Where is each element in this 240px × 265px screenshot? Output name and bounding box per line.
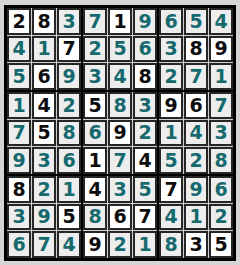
cell-r5c5[interactable]: 9 <box>108 120 132 147</box>
cell-r6c9[interactable]: 8 <box>209 147 233 174</box>
cell-r5c3[interactable]: 8 <box>57 120 81 147</box>
cell-r2c2[interactable]: 1 <box>32 36 56 63</box>
cell-r9c5[interactable]: 2 <box>108 231 132 258</box>
cell-r1c5[interactable]: 1 <box>108 8 132 35</box>
cell-r3c4[interactable]: 3 <box>83 63 107 90</box>
cell-r7c7[interactable]: 7 <box>159 176 183 203</box>
sudoku-block-4: 142758936 <box>7 92 81 174</box>
sudoku-block-3: 654389271 <box>159 8 233 90</box>
cell-r6c2[interactable]: 3 <box>32 147 56 174</box>
cell-r3c5[interactable]: 4 <box>108 63 132 90</box>
cell-r3c1[interactable]: 5 <box>7 63 31 90</box>
cell-r1c3[interactable]: 3 <box>57 8 81 35</box>
cell-r8c2[interactable]: 9 <box>32 204 56 231</box>
cell-r5c6[interactable]: 2 <box>133 120 157 147</box>
cell-r4c1[interactable]: 1 <box>7 92 31 119</box>
cell-r5c1[interactable]: 7 <box>7 120 31 147</box>
cell-r3c3[interactable]: 9 <box>57 63 81 90</box>
cell-r4c3[interactable]: 2 <box>57 92 81 119</box>
cell-r4c6[interactable]: 3 <box>133 92 157 119</box>
cell-r1c6[interactable]: 9 <box>133 8 157 35</box>
cell-r8c3[interactable]: 5 <box>57 204 81 231</box>
cell-r3c8[interactable]: 7 <box>184 63 208 90</box>
cell-r6c6[interactable]: 4 <box>133 147 157 174</box>
cell-r2c8[interactable]: 8 <box>184 36 208 63</box>
sudoku-block-6: 967143528 <box>159 92 233 174</box>
cell-r9c6[interactable]: 1 <box>133 231 157 258</box>
cell-r5c4[interactable]: 6 <box>83 120 107 147</box>
cell-r9c1[interactable]: 6 <box>7 231 31 258</box>
sudoku-board: 2834175697192563486543892711427589365836… <box>4 5 236 261</box>
cell-r7c9[interactable]: 6 <box>209 176 233 203</box>
cell-r8c5[interactable]: 6 <box>108 204 132 231</box>
cell-r1c2[interactable]: 8 <box>32 8 56 35</box>
cell-r7c8[interactable]: 9 <box>184 176 208 203</box>
cell-r7c2[interactable]: 2 <box>32 176 56 203</box>
cell-r4c9[interactable]: 7 <box>209 92 233 119</box>
cell-r5c9[interactable]: 3 <box>209 120 233 147</box>
cell-r2c4[interactable]: 2 <box>83 36 107 63</box>
cell-r3c6[interactable]: 8 <box>133 63 157 90</box>
cell-r6c5[interactable]: 7 <box>108 147 132 174</box>
cell-r7c1[interactable]: 8 <box>7 176 31 203</box>
cell-r6c8[interactable]: 2 <box>184 147 208 174</box>
sudoku-block-8: 435867921 <box>83 176 157 258</box>
cell-r8c1[interactable]: 3 <box>7 204 31 231</box>
cell-r1c4[interactable]: 7 <box>83 8 107 35</box>
cell-r2c3[interactable]: 7 <box>57 36 81 63</box>
cell-r3c7[interactable]: 2 <box>159 63 183 90</box>
cell-r9c2[interactable]: 7 <box>32 231 56 258</box>
cell-r8c6[interactable]: 7 <box>133 204 157 231</box>
cell-r5c7[interactable]: 1 <box>159 120 183 147</box>
sudoku-app: 2834175697192563486543892711427589365836… <box>0 0 240 265</box>
cell-r6c3[interactable]: 6 <box>57 147 81 174</box>
cell-r4c2[interactable]: 4 <box>32 92 56 119</box>
cell-r9c4[interactable]: 9 <box>83 231 107 258</box>
cell-r5c8[interactable]: 4 <box>184 120 208 147</box>
cell-r6c4[interactable]: 1 <box>83 147 107 174</box>
cell-r5c2[interactable]: 5 <box>32 120 56 147</box>
sudoku-block-2: 719256348 <box>83 8 157 90</box>
cell-r1c7[interactable]: 6 <box>159 8 183 35</box>
cell-r8c7[interactable]: 4 <box>159 204 183 231</box>
cell-r1c8[interactable]: 5 <box>184 8 208 35</box>
sudoku-block-1: 283417569 <box>7 8 81 90</box>
cell-r1c9[interactable]: 4 <box>209 8 233 35</box>
cell-r7c3[interactable]: 1 <box>57 176 81 203</box>
cell-r2c9[interactable]: 9 <box>209 36 233 63</box>
sudoku-block-5: 583692174 <box>83 92 157 174</box>
cell-r4c5[interactable]: 8 <box>108 92 132 119</box>
cell-r9c9[interactable]: 5 <box>209 231 233 258</box>
cell-r2c7[interactable]: 3 <box>159 36 183 63</box>
cell-r9c8[interactable]: 3 <box>184 231 208 258</box>
cell-r4c7[interactable]: 9 <box>159 92 183 119</box>
cell-r8c4[interactable]: 8 <box>83 204 107 231</box>
cell-r2c5[interactable]: 5 <box>108 36 132 63</box>
cell-r2c6[interactable]: 6 <box>133 36 157 63</box>
cell-r9c7[interactable]: 8 <box>159 231 183 258</box>
cell-r8c8[interactable]: 1 <box>184 204 208 231</box>
cell-r3c2[interactable]: 6 <box>32 63 56 90</box>
cell-r6c7[interactable]: 5 <box>159 147 183 174</box>
cell-r7c4[interactable]: 4 <box>83 176 107 203</box>
cell-r4c4[interactable]: 5 <box>83 92 107 119</box>
cell-r1c1[interactable]: 2 <box>7 8 31 35</box>
cell-r8c9[interactable]: 2 <box>209 204 233 231</box>
cell-r7c6[interactable]: 5 <box>133 176 157 203</box>
sudoku-block-9: 796412835 <box>159 176 233 258</box>
cell-r6c1[interactable]: 9 <box>7 147 31 174</box>
cell-r9c3[interactable]: 4 <box>57 231 81 258</box>
cell-r4c8[interactable]: 6 <box>184 92 208 119</box>
cell-r2c1[interactable]: 4 <box>7 36 31 63</box>
cell-r3c9[interactable]: 1 <box>209 63 233 90</box>
sudoku-block-7: 821395674 <box>7 176 81 258</box>
cell-r7c5[interactable]: 3 <box>108 176 132 203</box>
